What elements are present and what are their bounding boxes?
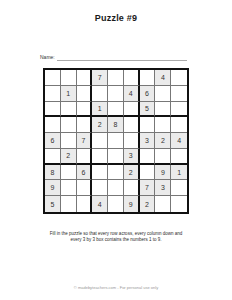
sudoku-cell-r7c1: 8 <box>45 165 61 181</box>
sudoku-cell-r2c4[interactable] <box>92 86 108 102</box>
sudoku-cell-r7c9: 1 <box>171 165 187 181</box>
sudoku-cell-r3c2[interactable] <box>61 102 77 118</box>
sudoku-cell-r4c3[interactable] <box>77 117 93 133</box>
sudoku-cell-r8c9[interactable] <box>171 180 187 196</box>
sudoku-cell-r2c7: 6 <box>140 86 156 102</box>
sudoku-cell-r2c1[interactable] <box>45 86 61 102</box>
page-title: Puzzle #9 <box>0 13 232 23</box>
sudoku-cell-r1c5[interactable] <box>108 70 124 86</box>
sudoku-cell-r1c9[interactable] <box>171 70 187 86</box>
sudoku-cell-r3c8[interactable] <box>155 102 171 118</box>
sudoku-cell-r8c4[interactable] <box>92 180 108 196</box>
sudoku-cell-r8c6[interactable] <box>124 180 140 196</box>
sudoku-cell-r2c6: 4 <box>124 86 140 102</box>
sudoku-board: 7414615286732423862919735492 <box>43 68 189 214</box>
sudoku-cell-r5c4[interactable] <box>92 133 108 149</box>
sudoku-cell-r8c7: 7 <box>140 180 156 196</box>
sudoku-cell-r4c9[interactable] <box>171 117 187 133</box>
sudoku-cell-r6c2: 2 <box>61 149 77 165</box>
sudoku-cell-r6c1[interactable] <box>45 149 61 165</box>
sudoku-cell-r6c6: 3 <box>124 149 140 165</box>
sudoku-cell-r4c8[interactable] <box>155 117 171 133</box>
sudoku-cell-r7c6: 2 <box>124 165 140 181</box>
sudoku-cell-r1c3[interactable] <box>77 70 93 86</box>
sudoku-cell-r1c8: 4 <box>155 70 171 86</box>
sudoku-cell-r4c1[interactable] <box>45 117 61 133</box>
footer-copyright: © madebyteachers.com - For personal use … <box>0 285 232 290</box>
sudoku-cell-r2c2: 1 <box>61 86 77 102</box>
sudoku-cell-r8c1: 9 <box>45 180 61 196</box>
sudoku-cell-r9c5[interactable] <box>108 196 124 212</box>
sudoku-cell-r4c4: 2 <box>92 117 108 133</box>
sudoku-cell-r5c6[interactable] <box>124 133 140 149</box>
sudoku-cell-r3c6[interactable] <box>124 102 140 118</box>
sudoku-cell-r3c7: 5 <box>140 102 156 118</box>
sudoku-cell-r9c6: 9 <box>124 196 140 212</box>
sudoku-cell-r1c2[interactable] <box>61 70 77 86</box>
worksheet-page: Puzzle #9 Name: 741461528673242386291973… <box>0 0 232 300</box>
sudoku-cell-r3c5[interactable] <box>108 102 124 118</box>
instructions-line-2: every 3 by 3 box contains the numbers 1 … <box>10 237 222 243</box>
sudoku-cell-r5c1: 6 <box>45 133 61 149</box>
sudoku-cell-r7c2[interactable] <box>61 165 77 181</box>
sudoku-cell-r9c1: 5 <box>45 196 61 212</box>
sudoku-cell-r3c9[interactable] <box>171 102 187 118</box>
sudoku-cell-r6c7[interactable] <box>140 149 156 165</box>
sudoku-cell-r7c3: 6 <box>77 165 93 181</box>
sudoku-cell-r2c5[interactable] <box>108 86 124 102</box>
sudoku-cell-r8c3[interactable] <box>77 180 93 196</box>
sudoku-cell-r9c8[interactable] <box>155 196 171 212</box>
name-row: Name: <box>40 54 187 62</box>
sudoku-cell-r7c4[interactable] <box>92 165 108 181</box>
sudoku-cell-r5c8: 2 <box>155 133 171 149</box>
sudoku-cell-r9c3[interactable] <box>77 196 93 212</box>
sudoku-cell-r4c6[interactable] <box>124 117 140 133</box>
sudoku-cell-r5c5[interactable] <box>108 133 124 149</box>
sudoku-cell-r5c9: 4 <box>171 133 187 149</box>
name-blank-line[interactable] <box>57 60 187 61</box>
instructions-text: Fill in the puzzle so that every row acr… <box>10 231 222 243</box>
sudoku-cell-r1c7[interactable] <box>140 70 156 86</box>
sudoku-cell-r3c3[interactable] <box>77 102 93 118</box>
sudoku-cell-r2c3[interactable] <box>77 86 93 102</box>
sudoku-cell-r3c4: 1 <box>92 102 108 118</box>
sudoku-cell-r1c1[interactable] <box>45 70 61 86</box>
sudoku-cell-r9c2[interactable] <box>61 196 77 212</box>
sudoku-cell-r8c5[interactable] <box>108 180 124 196</box>
sudoku-cell-r6c3[interactable] <box>77 149 93 165</box>
sudoku-cell-r5c7: 3 <box>140 133 156 149</box>
sudoku-cell-r4c5: 8 <box>108 117 124 133</box>
sudoku-cell-r9c9[interactable] <box>171 196 187 212</box>
sudoku-cell-r3c1[interactable] <box>45 102 61 118</box>
sudoku-cell-r2c8[interactable] <box>155 86 171 102</box>
sudoku-cell-r4c2[interactable] <box>61 117 77 133</box>
sudoku-cell-r2c9[interactable] <box>171 86 187 102</box>
sudoku-cell-r7c8: 9 <box>155 165 171 181</box>
sudoku-cell-r9c7: 2 <box>140 196 156 212</box>
sudoku-cell-r8c2[interactable] <box>61 180 77 196</box>
sudoku-cell-r7c5[interactable] <box>108 165 124 181</box>
sudoku-cell-r7c7[interactable] <box>140 165 156 181</box>
sudoku-cell-r6c9[interactable] <box>171 149 187 165</box>
sudoku-cell-r4c7[interactable] <box>140 117 156 133</box>
sudoku-cell-r6c4[interactable] <box>92 149 108 165</box>
name-label: Name: <box>40 54 55 60</box>
sudoku-cell-r1c4: 7 <box>92 70 108 86</box>
sudoku-cell-r6c5[interactable] <box>108 149 124 165</box>
sudoku-cell-r5c3: 7 <box>77 133 93 149</box>
sudoku-cell-r6c8[interactable] <box>155 149 171 165</box>
sudoku-cell-r9c4: 4 <box>92 196 108 212</box>
sudoku-cell-r1c6[interactable] <box>124 70 140 86</box>
sudoku-cell-r8c8: 3 <box>155 180 171 196</box>
sudoku-cell-r5c2[interactable] <box>61 133 77 149</box>
